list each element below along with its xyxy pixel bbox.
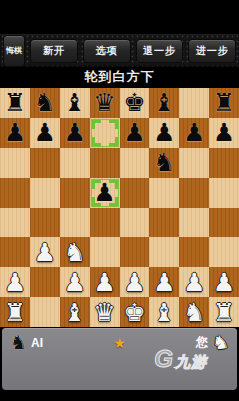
square-c4[interactable] xyxy=(60,208,90,238)
square-c5[interactable] xyxy=(60,178,90,208)
square-g2[interactable]: ♟ xyxy=(179,267,209,297)
white-pawn: ♟ xyxy=(153,270,175,295)
square-a7[interactable]: ♟ xyxy=(0,118,30,148)
square-f2[interactable]: ♟ xyxy=(149,267,179,297)
white-knight-icon: ♞ xyxy=(211,332,231,353)
white-pawn: ♟ xyxy=(183,270,205,295)
square-b7[interactable]: ♟ xyxy=(30,118,60,148)
square-h5[interactable] xyxy=(209,178,239,208)
square-c1[interactable]: ♝ xyxy=(60,297,90,327)
square-a2[interactable]: ♟ xyxy=(0,267,30,297)
square-h4[interactable] xyxy=(209,208,239,238)
square-e8[interactable]: ♚ xyxy=(120,88,150,118)
square-h2[interactable]: ♟ xyxy=(209,267,239,297)
square-d3[interactable] xyxy=(90,237,120,267)
square-b2[interactable] xyxy=(30,267,60,297)
jiuyou-logo-mark: G xyxy=(154,347,173,371)
square-d5[interactable]: ♟ xyxy=(90,178,120,208)
black-bishop: ♝ xyxy=(63,90,85,115)
jiuyou-logo: G 九游 xyxy=(154,347,207,371)
black-knight-icon: ♞ xyxy=(10,333,27,352)
ai-player: ♞ AI xyxy=(10,333,62,352)
white-pawn: ♟ xyxy=(63,270,85,295)
square-h3[interactable] xyxy=(209,237,239,267)
black-pawn: ♟ xyxy=(93,180,115,205)
ai-player-label: AI xyxy=(31,336,43,350)
black-pawn: ♟ xyxy=(4,120,26,145)
white-pawn: ♟ xyxy=(34,240,56,265)
square-g7[interactable]: ♟ xyxy=(179,118,209,148)
square-b8[interactable]: ♞ xyxy=(30,88,60,118)
square-f6[interactable]: ♞ xyxy=(149,148,179,178)
square-b5[interactable] xyxy=(30,178,60,208)
toolbar: 悔棋 新开 选项 退一步 进一步 xyxy=(0,34,239,67)
white-king: ♚ xyxy=(123,300,145,325)
undo-game-button[interactable]: 悔棋 xyxy=(3,35,25,67)
white-pawn: ♟ xyxy=(93,270,115,295)
chess-board: ♜♞♝♛♚♝♜♟♟♟♟♟♟♟♞♟♟♞♟♟♟♟♟♟♟♜♝♛♚♝♞♜ xyxy=(0,88,239,327)
black-knight: ♞ xyxy=(153,150,175,175)
new-game-button[interactable]: 新开 xyxy=(30,39,78,63)
square-a4[interactable] xyxy=(0,208,30,238)
square-g6[interactable] xyxy=(179,148,209,178)
square-a5[interactable] xyxy=(0,178,30,208)
square-a3[interactable] xyxy=(0,237,30,267)
black-king: ♚ xyxy=(123,90,145,115)
white-pawn: ♟ xyxy=(123,270,145,295)
square-e1[interactable]: ♚ xyxy=(120,297,150,327)
jiuyou-logo-text: 九游 xyxy=(175,353,207,371)
white-bishop: ♝ xyxy=(153,300,175,325)
square-f4[interactable] xyxy=(149,208,179,238)
black-pawn: ♟ xyxy=(183,120,205,145)
options-button[interactable]: 选项 xyxy=(83,39,131,63)
square-g8[interactable] xyxy=(179,88,209,118)
white-pawn: ♟ xyxy=(4,270,26,295)
square-g4[interactable] xyxy=(179,208,209,238)
black-queen: ♛ xyxy=(93,90,115,115)
square-b4[interactable] xyxy=(30,208,60,238)
square-c8[interactable]: ♝ xyxy=(60,88,90,118)
square-a1[interactable]: ♜ xyxy=(0,297,30,327)
white-rook: ♜ xyxy=(213,300,235,325)
black-pawn: ♟ xyxy=(153,120,175,145)
square-f7[interactable]: ♟ xyxy=(149,118,179,148)
black-pawn: ♟ xyxy=(123,120,145,145)
square-g3[interactable] xyxy=(179,237,209,267)
square-h8[interactable]: ♜ xyxy=(209,88,239,118)
black-knight: ♞ xyxy=(34,90,56,115)
white-knight: ♞ xyxy=(63,240,85,265)
square-f5[interactable] xyxy=(149,178,179,208)
square-f3[interactable] xyxy=(149,237,179,267)
black-rook: ♜ xyxy=(4,90,26,115)
square-d4[interactable] xyxy=(90,208,120,238)
square-d8[interactable]: ♛ xyxy=(90,88,120,118)
white-knight: ♞ xyxy=(183,300,205,325)
square-c3[interactable]: ♞ xyxy=(60,237,90,267)
white-pawn: ♟ xyxy=(213,270,235,295)
square-f1[interactable]: ♝ xyxy=(149,297,179,327)
square-e4[interactable] xyxy=(120,208,150,238)
step-back-button[interactable]: 退一步 xyxy=(136,39,184,63)
square-g5[interactable] xyxy=(179,178,209,208)
square-e5[interactable] xyxy=(120,178,150,208)
square-d6[interactable] xyxy=(90,148,120,178)
square-d2[interactable]: ♟ xyxy=(90,267,120,297)
square-d1[interactable]: ♛ xyxy=(90,297,120,327)
bottom-bar: ♞ AI ★ 您 ♞ G 九游 xyxy=(2,328,237,390)
square-b6[interactable] xyxy=(30,148,60,178)
square-f8[interactable]: ♝ xyxy=(149,88,179,118)
square-h7[interactable]: ♟ xyxy=(209,118,239,148)
square-b1[interactable] xyxy=(30,297,60,327)
square-b3[interactable]: ♟ xyxy=(30,237,60,267)
square-a6[interactable] xyxy=(0,148,30,178)
square-h6[interactable] xyxy=(209,148,239,178)
black-pawn: ♟ xyxy=(63,120,85,145)
black-pawn: ♟ xyxy=(34,120,56,145)
square-e7[interactable]: ♟ xyxy=(120,118,150,148)
difficulty-stars: ★ xyxy=(113,336,126,350)
black-bishop: ♝ xyxy=(153,90,175,115)
white-rook: ♜ xyxy=(4,300,26,325)
black-rook: ♜ xyxy=(213,90,235,115)
square-g1[interactable]: ♞ xyxy=(179,297,209,327)
turn-status-text: 轮到白方下 xyxy=(0,66,239,88)
square-a8[interactable]: ♜ xyxy=(0,88,30,118)
black-pawn: ♟ xyxy=(213,120,235,145)
square-d7[interactable] xyxy=(90,118,120,148)
square-e6[interactable] xyxy=(120,148,150,178)
chess-app: 悔棋 新开 选项 退一步 进一步 轮到白方下 ♜♞♝♛♚♝♜♟♟♟♟♟♟♟♞♟♟… xyxy=(0,0,239,401)
white-queen: ♛ xyxy=(93,300,115,325)
square-h1[interactable]: ♜ xyxy=(209,297,239,327)
square-c6[interactable] xyxy=(60,148,90,178)
square-e3[interactable] xyxy=(120,237,150,267)
square-c7[interactable]: ♟ xyxy=(60,118,90,148)
square-c2[interactable]: ♟ xyxy=(60,267,90,297)
white-bishop: ♝ xyxy=(63,300,85,325)
step-forward-button[interactable]: 进一步 xyxy=(188,39,236,63)
square-e2[interactable]: ♟ xyxy=(120,267,150,297)
